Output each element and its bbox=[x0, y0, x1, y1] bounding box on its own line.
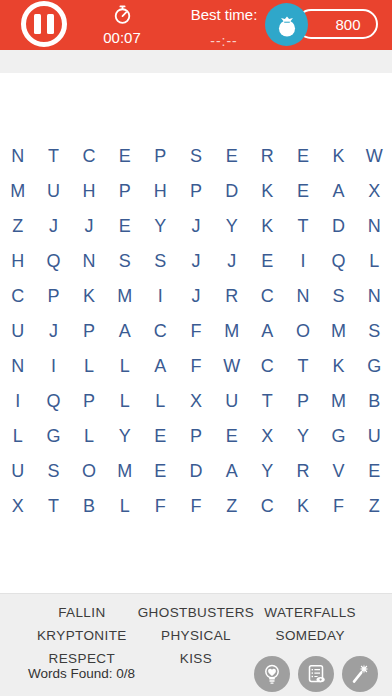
grid-cell-r9c4[interactable]: Y bbox=[107, 419, 143, 454]
grid-cell-r2c4[interactable]: P bbox=[107, 174, 143, 209]
word-column-1: FALLINKRYPTONITERESPECT bbox=[26, 601, 138, 670]
grid-cell-r5c2[interactable]: P bbox=[36, 279, 72, 314]
grid-cell-r10c7[interactable]: A bbox=[214, 454, 250, 489]
grid-cell-r2c5[interactable]: H bbox=[143, 174, 179, 209]
grid-cell-r7c8[interactable]: C bbox=[249, 349, 285, 384]
grid-cell-r9c3[interactable]: L bbox=[71, 419, 107, 454]
grid-cell-r6c3[interactable]: P bbox=[71, 314, 107, 349]
grid-cell-r11c4[interactable]: L bbox=[107, 489, 143, 524]
grid-cell-r6c6[interactable]: F bbox=[178, 314, 214, 349]
grid-cell-r4c5[interactable]: S bbox=[143, 244, 179, 279]
grid-cell-r6c1[interactable]: U bbox=[0, 314, 36, 349]
grid-cell-r1c1[interactable]: N bbox=[0, 139, 36, 174]
grid-cell-r9c8[interactable]: X bbox=[249, 419, 285, 454]
words-found-label: Words Found: 0/8 bbox=[28, 666, 135, 681]
grid-cell-r1c6[interactable]: S bbox=[178, 139, 214, 174]
grid-cell-r2c8[interactable]: K bbox=[249, 174, 285, 209]
word-panel: FALLINKRYPTONITERESPECTGHOSTBUSTERSPHYSI… bbox=[0, 593, 392, 696]
grid-cell-r7c6[interactable]: F bbox=[178, 349, 214, 384]
grid-cell-r10c1[interactable]: U bbox=[0, 454, 36, 489]
grid-cell-r5c1[interactable]: C bbox=[0, 279, 36, 314]
grid-cell-r3c11[interactable]: N bbox=[356, 209, 392, 244]
word-list-eye-icon bbox=[304, 662, 328, 686]
grid-cell-r1c5[interactable]: P bbox=[143, 139, 179, 174]
grid-cell-r3c7[interactable]: Y bbox=[214, 209, 250, 244]
grid-cell-r6c2[interactable]: J bbox=[36, 314, 72, 349]
grid-cell-r11c5[interactable]: F bbox=[143, 489, 179, 524]
grid-cell-r10c8[interactable]: Y bbox=[249, 454, 285, 489]
word-physical: PHYSICAL bbox=[161, 624, 231, 647]
grid-cell-r7c9[interactable]: T bbox=[285, 349, 321, 384]
grid-cell-r8c1[interactable]: I bbox=[0, 384, 36, 419]
grid-cell-r9c9[interactable]: Y bbox=[285, 419, 321, 454]
grid-cell-r10c9[interactable]: R bbox=[285, 454, 321, 489]
word-someday: SOMEDAY bbox=[275, 624, 344, 647]
grid-cell-r11c10[interactable]: F bbox=[321, 489, 357, 524]
grid-cell-r3c3[interactable]: J bbox=[71, 209, 107, 244]
grid-cell-r6c8[interactable]: A bbox=[249, 314, 285, 349]
word-column-2: GHOSTBUSTERSPHYSICALKISS bbox=[138, 601, 255, 670]
grid-cell-r8c6[interactable]: X bbox=[178, 384, 214, 419]
grid-cell-r6c9[interactable]: O bbox=[285, 314, 321, 349]
grid-cell-r5c9[interactable]: N bbox=[285, 279, 321, 314]
grid-cell-r5c4[interactable]: M bbox=[107, 279, 143, 314]
grid-cell-r2c11[interactable]: X bbox=[356, 174, 392, 209]
grid-cell-r8c9[interactable]: P bbox=[285, 384, 321, 419]
word-list-button[interactable] bbox=[298, 656, 334, 692]
grid-cell-r4c3[interactable]: N bbox=[71, 244, 107, 279]
grid-cell-r10c2[interactable]: S bbox=[36, 454, 72, 489]
grid-cell-r8c3[interactable]: P bbox=[71, 384, 107, 419]
grid-cell-r11c9[interactable]: K bbox=[285, 489, 321, 524]
grid-cell-r4c6[interactable]: J bbox=[178, 244, 214, 279]
grid-cell-r4c8[interactable]: E bbox=[249, 244, 285, 279]
letter-grid: NTCEPSEREKWMUHPHPDKEAXZJJEYJYKTDNHQNSSJJ… bbox=[0, 139, 392, 524]
grid-cell-r9c10[interactable]: G bbox=[321, 419, 357, 454]
solve-button[interactable] bbox=[342, 656, 378, 692]
grid-cell-r7c7[interactable]: W bbox=[214, 349, 250, 384]
hint-button[interactable] bbox=[254, 656, 290, 692]
grid-cell-r5c8[interactable]: C bbox=[249, 279, 285, 314]
grid-cell-r2c2[interactable]: U bbox=[36, 174, 72, 209]
grid-cell-r2c7[interactable]: D bbox=[214, 174, 250, 209]
grid-cell-r9c6[interactable]: P bbox=[178, 419, 214, 454]
grid-cell-r11c6[interactable]: F bbox=[178, 489, 214, 524]
grid-cell-r1c10[interactable]: K bbox=[321, 139, 357, 174]
timer-value: 00:07 bbox=[92, 29, 152, 46]
grid-cell-r1c2[interactable]: T bbox=[36, 139, 72, 174]
sub-header-strip bbox=[0, 50, 392, 73]
grid-cell-r5c11[interactable]: N bbox=[356, 279, 392, 314]
grid-cell-r3c10[interactable]: D bbox=[321, 209, 357, 244]
word-kryptonite: KRYPTONITE bbox=[37, 624, 127, 647]
grid-cell-r5c10[interactable]: S bbox=[321, 279, 357, 314]
grid-cell-r2c3[interactable]: H bbox=[71, 174, 107, 209]
coin-value: 800 bbox=[335, 16, 360, 33]
grid-cell-r9c5[interactable]: E bbox=[143, 419, 179, 454]
grid-cell-r4c7[interactable]: J bbox=[214, 244, 250, 279]
grid-cell-r11c11[interactable]: Z bbox=[356, 489, 392, 524]
money-bag-icon bbox=[273, 11, 301, 39]
grid-cell-r10c5[interactable]: E bbox=[143, 454, 179, 489]
footer-buttons bbox=[254, 656, 378, 692]
grid-cell-r9c11[interactable]: U bbox=[356, 419, 392, 454]
grid-cell-r3c8[interactable]: K bbox=[249, 209, 285, 244]
best-time-label: Best time: bbox=[178, 6, 270, 23]
grid-cell-r7c2[interactable]: I bbox=[36, 349, 72, 384]
grid-cell-r7c4[interactable]: L bbox=[107, 349, 143, 384]
pause-icon bbox=[47, 14, 54, 34]
grid-cell-r9c7[interactable]: E bbox=[214, 419, 250, 454]
pause-icon bbox=[34, 14, 41, 34]
grid-cell-r3c2[interactable]: J bbox=[36, 209, 72, 244]
grid-cell-r9c2[interactable]: G bbox=[36, 419, 72, 454]
magic-wand-icon bbox=[348, 662, 372, 686]
grid-cell-r11c2[interactable]: T bbox=[36, 489, 72, 524]
grid-cell-r5c5[interactable]: I bbox=[143, 279, 179, 314]
hint-bulb-heart-icon bbox=[260, 662, 284, 686]
coin-counter[interactable]: 800 bbox=[296, 9, 378, 39]
best-time-value: --:-- bbox=[178, 33, 270, 49]
grid-cell-r7c1[interactable]: N bbox=[0, 349, 36, 384]
grid-cell-r8c5[interactable]: L bbox=[143, 384, 179, 419]
grid-cell-r5c6[interactable]: J bbox=[178, 279, 214, 314]
grid-cell-r1c4[interactable]: E bbox=[107, 139, 143, 174]
coin-bag-badge[interactable] bbox=[265, 3, 308, 46]
pause-button[interactable] bbox=[21, 1, 67, 47]
grid-cell-r6c11[interactable]: S bbox=[356, 314, 392, 349]
grid-cell-r8c11[interactable]: B bbox=[356, 384, 392, 419]
grid-cell-r2c9[interactable]: E bbox=[285, 174, 321, 209]
grid-cell-r10c4[interactable]: M bbox=[107, 454, 143, 489]
grid-cell-r4c1[interactable]: H bbox=[0, 244, 36, 279]
grid-cell-r2c1[interactable]: M bbox=[0, 174, 36, 209]
grid-cell-r7c11[interactable]: G bbox=[356, 349, 392, 384]
grid-cell-r4c4[interactable]: S bbox=[107, 244, 143, 279]
grid-cell-r2c10[interactable]: A bbox=[321, 174, 357, 209]
grid-cell-r11c7[interactable]: Z bbox=[214, 489, 250, 524]
grid-cell-r3c4[interactable]: E bbox=[107, 209, 143, 244]
grid-cell-r10c6[interactable]: D bbox=[178, 454, 214, 489]
grid-cell-r8c10[interactable]: M bbox=[321, 384, 357, 419]
grid-cell-r4c2[interactable]: Q bbox=[36, 244, 72, 279]
grid-cell-r4c9[interactable]: I bbox=[285, 244, 321, 279]
grid-cell-r1c9[interactable]: E bbox=[285, 139, 321, 174]
grid-cell-r11c1[interactable]: X bbox=[0, 489, 36, 524]
grid-cell-r6c5[interactable]: C bbox=[143, 314, 179, 349]
grid-cell-r8c7[interactable]: U bbox=[214, 384, 250, 419]
grid-cell-r11c3[interactable]: B bbox=[71, 489, 107, 524]
header-bar: 00:07 Best time: --:-- 800 bbox=[0, 0, 392, 50]
grid-cell-r8c4[interactable]: L bbox=[107, 384, 143, 419]
grid-cell-r10c11[interactable]: E bbox=[356, 454, 392, 489]
word-ghostbusters: GHOSTBUSTERS bbox=[138, 601, 255, 624]
grid-cell-r10c10[interactable]: V bbox=[321, 454, 357, 489]
word-search-screen: 00:07 Best time: --:-- 800 NTCEPSEREKWMU… bbox=[0, 0, 392, 696]
grid-cell-r1c7[interactable]: E bbox=[214, 139, 250, 174]
grid-cell-r3c9[interactable]: T bbox=[285, 209, 321, 244]
timer-group: 00:07 bbox=[92, 3, 152, 46]
word-kiss: KISS bbox=[180, 647, 212, 670]
grid-cell-r1c3[interactable]: C bbox=[71, 139, 107, 174]
grid-cell-r5c7[interactable]: R bbox=[214, 279, 250, 314]
grid-cell-r3c5[interactable]: Y bbox=[143, 209, 179, 244]
grid-cell-r7c3[interactable]: L bbox=[71, 349, 107, 384]
grid-cell-r10c3[interactable]: O bbox=[71, 454, 107, 489]
grid-cell-r6c4[interactable]: A bbox=[107, 314, 143, 349]
grid-cell-r3c1[interactable]: Z bbox=[0, 209, 36, 244]
grid-cell-r7c10[interactable]: K bbox=[321, 349, 357, 384]
best-time-group: Best time: --:-- bbox=[178, 6, 270, 49]
grid-cell-r1c11[interactable]: W bbox=[356, 139, 392, 174]
grid-cell-r3c6[interactable]: J bbox=[178, 209, 214, 244]
grid-cell-r6c7[interactable]: M bbox=[214, 314, 250, 349]
word-fallin: FALLIN bbox=[58, 601, 105, 624]
grid-cell-r8c8[interactable]: T bbox=[249, 384, 285, 419]
grid-cell-r5c3[interactable]: K bbox=[71, 279, 107, 314]
grid-cell-r6c10[interactable]: M bbox=[321, 314, 357, 349]
grid-cell-r1c8[interactable]: R bbox=[249, 139, 285, 174]
word-waterfalls: WATERFALLS bbox=[264, 601, 356, 624]
grid-cell-r4c11[interactable]: L bbox=[356, 244, 392, 279]
grid-cell-r7c5[interactable]: A bbox=[143, 349, 179, 384]
grid-cell-r11c8[interactable]: C bbox=[249, 489, 285, 524]
grid-cell-r4c10[interactable]: Q bbox=[321, 244, 357, 279]
grid-cell-r2c6[interactable]: P bbox=[178, 174, 214, 209]
grid-cell-r9c1[interactable]: L bbox=[0, 419, 36, 454]
grid-cell-r8c2[interactable]: Q bbox=[36, 384, 72, 419]
stopwatch-icon bbox=[111, 3, 134, 26]
